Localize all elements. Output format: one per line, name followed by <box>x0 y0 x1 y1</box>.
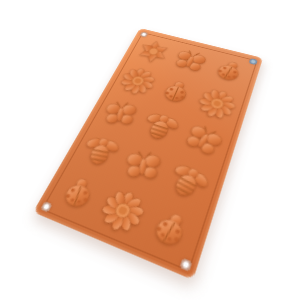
butterfly-icon <box>120 146 165 186</box>
butterfly-icon <box>99 98 141 131</box>
narcissus-icon <box>133 38 173 66</box>
silicone-mold <box>33 28 263 280</box>
cavity-grid <box>45 34 253 266</box>
product-photo <box>0 0 300 300</box>
